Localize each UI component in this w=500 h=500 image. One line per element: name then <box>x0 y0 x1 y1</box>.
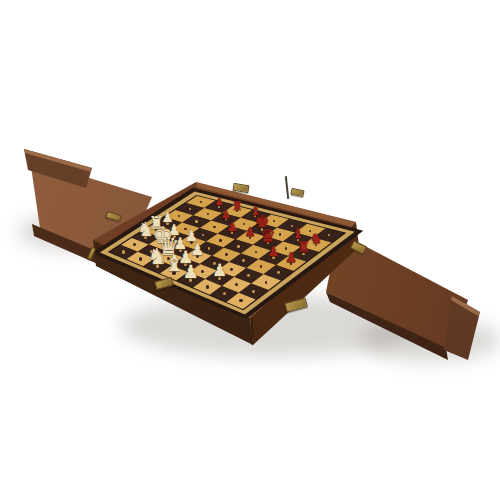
piece-red-pawn-b8[interactable]: ♟ <box>214 197 224 207</box>
pieces-layer: ♟♜♝♟♟♚♜♟♟♞♟♝♟♛♚♞♟♜♟♟♛♟♟♞♝♟♟ <box>0 0 500 500</box>
piece-white-pawn-e1[interactable]: ♟ <box>182 263 200 281</box>
piece-red-rook-c8[interactable]: ♜ <box>231 200 243 212</box>
piece-red-pawn-e6[interactable]: ♟ <box>244 226 256 238</box>
piece-red-knight-h7[interactable]: ♞ <box>309 232 323 246</box>
piece-red-pawn-d6[interactable]: ♟ <box>226 221 238 233</box>
travel-chess-set-photo: ♟♜♝♟♟♚♜♟♟♞♟♝♟♛♚♞♟♜♟♟♛♟♟♞♝♟♟ <box>0 0 500 500</box>
piece-red-pawn-h5[interactable]: ♟ <box>284 251 298 265</box>
piece-white-pawn-f2[interactable]: ♟ <box>211 262 228 279</box>
piece-red-pawn-g5[interactable]: ♟ <box>267 245 281 259</box>
piece-red-rook-h6[interactable]: ♜ <box>296 240 311 255</box>
piece-red-queen-f6[interactable]: ♛ <box>259 227 277 245</box>
